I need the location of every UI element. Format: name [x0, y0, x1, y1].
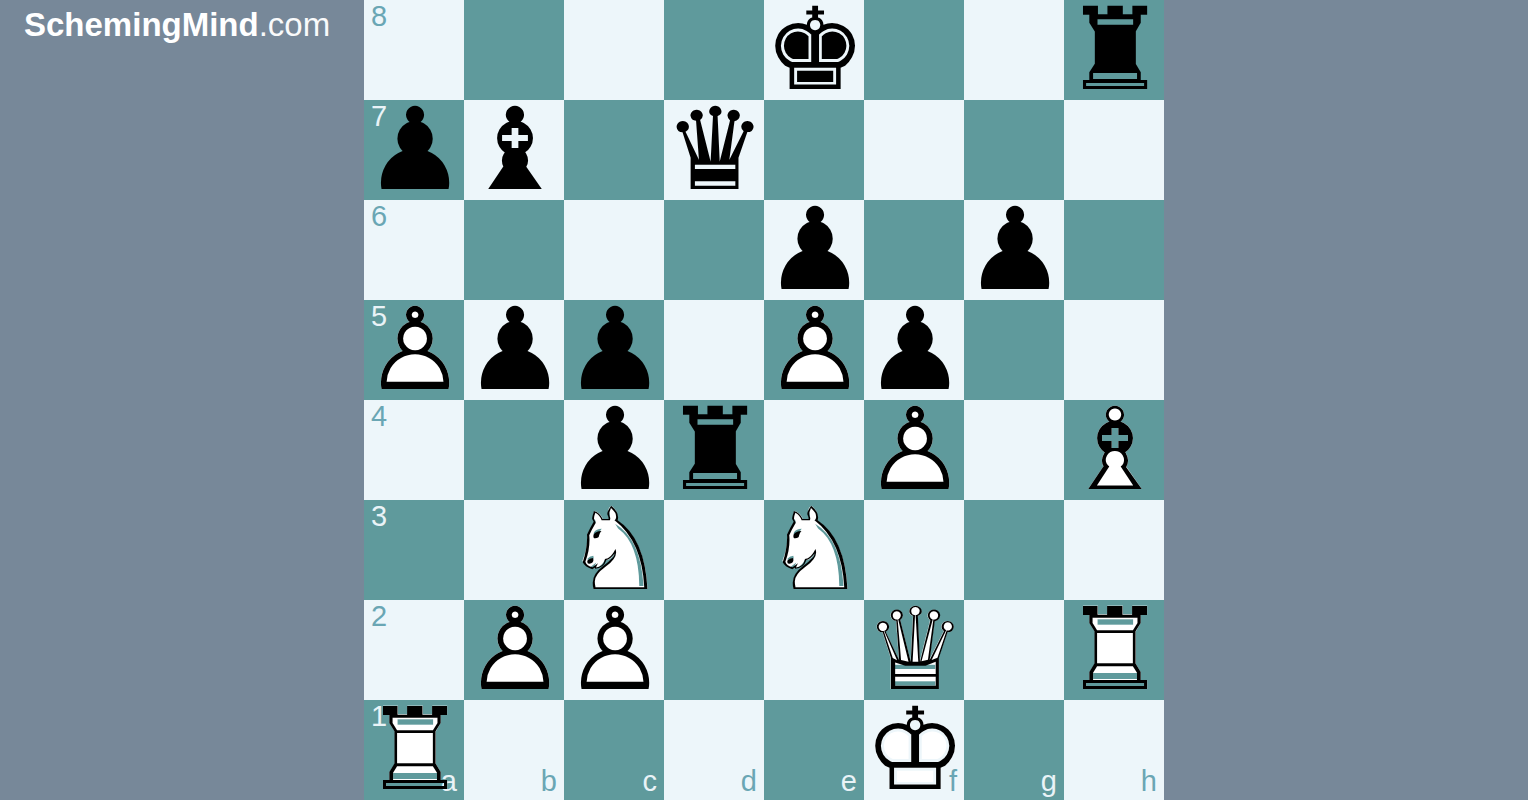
file-label-e: e [841, 766, 857, 798]
square-d2[interactable] [664, 600, 764, 700]
black-pawn-g6[interactable]: ♟ [964, 200, 1064, 300]
piece-glyph-fill: ♜ [1064, 0, 1166, 100]
square-h7[interactable] [1064, 100, 1164, 200]
piece-glyph-fill: ♞ [764, 500, 866, 600]
square-h6[interactable] [1064, 200, 1164, 300]
piece-glyph-outline: ♙ [364, 300, 466, 400]
white-pawn-a5[interactable]: ♟♙ [364, 300, 464, 400]
square-e3[interactable]: ♞♘ [764, 500, 864, 600]
square-h4[interactable]: ♝♗ [1064, 400, 1164, 500]
file-label-d: d [741, 766, 757, 798]
piece-glyph-fill: ♟ [964, 200, 1066, 300]
square-f6[interactable] [864, 200, 964, 300]
square-b7[interactable]: ♝ [464, 100, 564, 200]
piece-glyph-fill: ♜ [664, 400, 766, 500]
square-b3[interactable] [464, 500, 564, 600]
square-a6[interactable]: 6 [364, 200, 464, 300]
square-c2[interactable]: ♟♙ [564, 600, 664, 700]
file-label-b: b [541, 766, 557, 798]
piece-glyph-fill: ♜ [364, 700, 466, 800]
square-g4[interactable] [964, 400, 1064, 500]
white-rook-h2[interactable]: ♜♖ [1064, 600, 1164, 700]
piece-glyph-outline: ♙ [864, 400, 966, 500]
square-g6[interactable]: ♟ [964, 200, 1064, 300]
piece-glyph-fill: ♟ [764, 200, 866, 300]
piece-glyph-fill: ♚ [864, 700, 966, 800]
square-e5[interactable]: ♟♙ [764, 300, 864, 400]
square-d6[interactable] [664, 200, 764, 300]
square-h2[interactable]: ♜♖ [1064, 600, 1164, 700]
square-a4[interactable]: 4 [364, 400, 464, 500]
black-pawn-c5[interactable]: ♟ [564, 300, 664, 400]
page: { "game": "chess", "position": { "fen": … [0, 0, 1528, 800]
square-c4[interactable]: ♟ [564, 400, 664, 500]
square-f2[interactable]: ♛♕ [864, 600, 964, 700]
square-b8[interactable] [464, 0, 564, 100]
piece-glyph-fill: ♟ [564, 400, 666, 500]
square-d8[interactable] [664, 0, 764, 100]
square-d3[interactable] [664, 500, 764, 600]
piece-glyph-fill: ♟ [764, 300, 866, 400]
piece-glyph-outline: ♙ [464, 600, 566, 700]
piece-glyph-outline: ♙ [564, 600, 666, 700]
piece-glyph-outline: ♖ [1064, 600, 1166, 700]
square-h5[interactable] [1064, 300, 1164, 400]
square-f7[interactable] [864, 100, 964, 200]
piece-glyph-fill: ♟ [564, 300, 666, 400]
square-g5[interactable] [964, 300, 1064, 400]
piece-glyph-fill: ♚ [764, 0, 866, 100]
square-g7[interactable] [964, 100, 1064, 200]
site-logo: SchemingMind.com [24, 6, 330, 44]
white-knight-e3[interactable]: ♞♘ [764, 500, 864, 600]
square-b6[interactable] [464, 200, 564, 300]
square-f3[interactable] [864, 500, 964, 600]
square-a2[interactable]: 2 [364, 600, 464, 700]
rank-label-8: 8 [371, 1, 387, 33]
piece-glyph-fill: ♟ [364, 100, 466, 200]
piece-glyph-outline: ♔ [864, 700, 966, 800]
piece-glyph-fill: ♝ [1064, 400, 1166, 500]
piece-glyph-fill: ♛ [864, 600, 966, 700]
square-f5[interactable]: ♟ [864, 300, 964, 400]
piece-glyph-outline: ♘ [764, 500, 866, 600]
square-e4[interactable] [764, 400, 864, 500]
file-label-h: h [1141, 766, 1157, 798]
site-logo-name: SchemingMind [24, 6, 259, 43]
white-queen-f2[interactable]: ♛♕ [864, 600, 964, 700]
white-pawn-c2[interactable]: ♟♙ [564, 600, 664, 700]
square-h3[interactable] [1064, 500, 1164, 600]
square-f1[interactable]: f♚♔ [864, 700, 964, 800]
piece-glyph-fill: ♜ [1064, 600, 1166, 700]
black-pawn-c4[interactable]: ♟ [564, 400, 664, 500]
chess-board: 8♚♜7♟♝♛6♟♟5♟♙♟♟♟♙♟4♟♜♟♙♝♗3♞♘♞♘2♟♙♟♙♛♕♜♖1… [364, 0, 1164, 800]
square-c8[interactable] [564, 0, 664, 100]
square-g2[interactable] [964, 600, 1064, 700]
square-c7[interactable] [564, 100, 664, 200]
square-a8[interactable]: 8 [364, 0, 464, 100]
rank-label-6: 6 [371, 201, 387, 233]
site-logo-tld: .com [259, 6, 331, 43]
square-e2[interactable] [764, 600, 864, 700]
square-g3[interactable] [964, 500, 1064, 600]
black-rook-d4[interactable]: ♜ [664, 400, 764, 500]
square-b1[interactable]: b [464, 700, 564, 800]
square-c5[interactable]: ♟ [564, 300, 664, 400]
square-h8[interactable]: ♜ [1064, 0, 1164, 100]
square-g8[interactable] [964, 0, 1064, 100]
file-label-c: c [643, 766, 658, 798]
square-d1[interactable]: d [664, 700, 764, 800]
piece-glyph-fill: ♝ [464, 100, 566, 200]
square-b4[interactable] [464, 400, 564, 500]
piece-glyph-fill: ♛ [664, 100, 766, 200]
white-pawn-b2[interactable]: ♟♙ [464, 600, 564, 700]
square-e8[interactable]: ♚ [764, 0, 864, 100]
piece-glyph-fill: ♞ [564, 500, 666, 600]
piece-glyph-outline: ♘ [564, 500, 666, 600]
square-c6[interactable] [564, 200, 664, 300]
square-a5[interactable]: 5♟♙ [364, 300, 464, 400]
black-queen-d7[interactable]: ♛ [664, 100, 764, 200]
square-d4[interactable]: ♜ [664, 400, 764, 500]
piece-glyph-fill: ♟ [864, 300, 966, 400]
square-e7[interactable] [764, 100, 864, 200]
piece-glyph-outline: ♗ [1064, 400, 1166, 500]
piece-glyph-fill: ♟ [364, 300, 466, 400]
piece-glyph-outline: ♖ [364, 700, 466, 800]
square-a1[interactable]: 1a♜♖ [364, 700, 464, 800]
square-a7[interactable]: 7♟ [364, 100, 464, 200]
square-c3[interactable]: ♞♘ [564, 500, 664, 600]
piece-glyph-fill: ♟ [464, 300, 566, 400]
file-label-g: g [1041, 766, 1057, 798]
square-e1[interactable]: e [764, 700, 864, 800]
black-bishop-b7[interactable]: ♝ [464, 100, 564, 200]
black-rook-h8[interactable]: ♜ [1064, 0, 1164, 100]
white-rook-a1[interactable]: ♜♖ [364, 700, 464, 800]
white-pawn-f4[interactable]: ♟♙ [864, 400, 964, 500]
white-bishop-h4[interactable]: ♝♗ [1064, 400, 1164, 500]
piece-glyph-fill: ♟ [464, 600, 566, 700]
piece-glyph-fill: ♟ [564, 600, 666, 700]
rank-label-4: 4 [371, 401, 387, 433]
square-a3[interactable]: 3 [364, 500, 464, 600]
square-f8[interactable] [864, 0, 964, 100]
piece-glyph-fill: ♟ [864, 400, 966, 500]
square-b5[interactable]: ♟ [464, 300, 564, 400]
square-e6[interactable]: ♟ [764, 200, 864, 300]
square-g1[interactable]: g [964, 700, 1064, 800]
black-pawn-f5[interactable]: ♟ [864, 300, 964, 400]
square-c1[interactable]: c [564, 700, 664, 800]
white-king-f1[interactable]: ♚♔ [864, 700, 964, 800]
square-d7[interactable]: ♛ [664, 100, 764, 200]
white-pawn-e5[interactable]: ♟♙ [764, 300, 864, 400]
square-h1[interactable]: h [1064, 700, 1164, 800]
black-king-e8[interactable]: ♚ [764, 0, 864, 100]
square-f4[interactable]: ♟♙ [864, 400, 964, 500]
square-b2[interactable]: ♟♙ [464, 600, 564, 700]
piece-glyph-outline: ♕ [864, 600, 966, 700]
black-pawn-e6[interactable]: ♟ [764, 200, 864, 300]
black-pawn-b5[interactable]: ♟ [464, 300, 564, 400]
rank-label-2: 2 [371, 601, 387, 633]
rank-label-3: 3 [371, 501, 387, 533]
white-knight-c3[interactable]: ♞♘ [564, 500, 664, 600]
black-pawn-a7[interactable]: ♟ [364, 100, 464, 200]
piece-glyph-outline: ♙ [764, 300, 866, 400]
square-d5[interactable] [664, 300, 764, 400]
